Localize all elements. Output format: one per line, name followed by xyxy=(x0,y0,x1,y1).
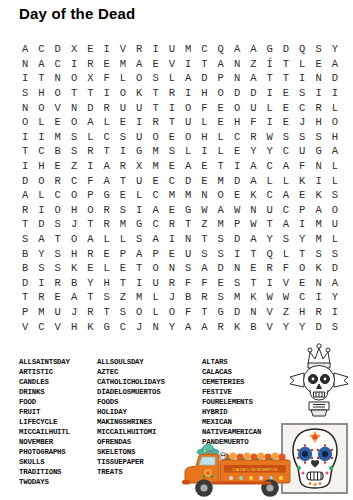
grid-cell-r18c18: C xyxy=(294,290,310,305)
grid-cell-r16c9: O xyxy=(147,261,163,276)
grid-cell-r6c2: L xyxy=(33,115,49,130)
grid-cell-r13c7: M xyxy=(115,217,131,232)
grid-cell-r10c14: D xyxy=(229,173,245,188)
grid-cell-r19c2: M xyxy=(33,305,49,320)
grid-cell-r3c4: O xyxy=(66,71,82,86)
grid-cell-r5c7: U xyxy=(115,100,131,115)
grid-cell-r18c13: S xyxy=(213,290,229,305)
grid-cell-r7c2: I xyxy=(33,130,49,145)
grid-cell-r5c3: V xyxy=(50,100,66,115)
grid-cell-r20c19: D xyxy=(310,319,326,334)
grid-cell-r8c9: M xyxy=(147,144,163,159)
word-list-item: TRADITIONS xyxy=(19,467,70,477)
grid-cell-r6c15: F xyxy=(245,115,261,130)
word-list-item: ALLSAINTSDAY xyxy=(19,357,70,367)
grid-cell-r11c19: K xyxy=(310,188,326,203)
grid-cell-r20c10: Y xyxy=(164,319,180,334)
grid-cell-r14c20: L xyxy=(327,232,343,247)
grid-cell-r12c17: C xyxy=(278,203,294,218)
grid-cell-r17c17: V xyxy=(278,276,294,291)
grid-cell-r10c8: U xyxy=(131,173,147,188)
grid-cell-r14c9: A xyxy=(147,232,163,247)
grid-cell-r16c19: K xyxy=(310,261,326,276)
grid-cell-r14c11: N xyxy=(180,232,196,247)
grid-cell-r9c10: E xyxy=(164,159,180,174)
grid-cell-r14c15: A xyxy=(245,232,261,247)
grid-cell-r19c6: T xyxy=(98,305,114,320)
grid-cell-r3c12: D xyxy=(196,71,212,86)
word-list-item: FOOD xyxy=(19,397,70,407)
grid-cell-r10c19: I xyxy=(310,173,326,188)
grid-cell-r6c17: E xyxy=(278,115,294,130)
grid-cell-r1c9: I xyxy=(147,42,163,57)
grid-cell-r6c7: E xyxy=(115,115,131,130)
grid-cell-r10c2: O xyxy=(33,173,49,188)
grid-cell-r7c8: U xyxy=(131,130,147,145)
grid-cell-r8c10: S xyxy=(164,144,180,159)
word-list-item: DRINKS xyxy=(19,387,70,397)
grid-cell-r8c15: Y xyxy=(245,144,261,159)
grid-cell-r4c14: D xyxy=(229,86,245,101)
grid-cell-r8c4: S xyxy=(66,144,82,159)
word-list-item: MAKINGSHRINES xyxy=(97,417,165,427)
grid-cell-r19c10: O xyxy=(164,305,180,320)
grid-cell-r3c10: L xyxy=(164,71,180,86)
grid-cell-r17c18: E xyxy=(294,276,310,291)
grid-cell-r1c14: A xyxy=(229,42,245,57)
grid-cell-r16c4: K xyxy=(66,261,82,276)
grid-cell-r17c9: U xyxy=(147,276,163,291)
grid-cell-r4c18: S xyxy=(294,86,310,101)
grid-cell-r5c15: U xyxy=(245,100,261,115)
grid-cell-r4c3: O xyxy=(50,86,66,101)
grid-cell-r17c3: R xyxy=(50,276,66,291)
word-list-item: SKELETONS xyxy=(97,447,165,457)
grid-cell-r8c16: Y xyxy=(261,144,277,159)
grid-cell-r19c4: J xyxy=(66,305,82,320)
grid-cell-r18c19: I xyxy=(310,290,326,305)
grid-cell-r3c13: P xyxy=(213,71,229,86)
grid-cell-r2c5: R xyxy=(82,57,98,72)
grid-cell-r11c6: G xyxy=(98,188,114,203)
grid-cell-r10c3: R xyxy=(50,173,66,188)
grid-cell-r2c12: T xyxy=(196,57,212,72)
grid-cell-r17c16: I xyxy=(261,276,277,291)
grid-cell-r1c6: I xyxy=(98,42,114,57)
grid-cell-r19c17: Z xyxy=(278,305,294,320)
word-list-item: FOURELEMENTS xyxy=(202,397,261,407)
grid-cell-r18c3: E xyxy=(50,290,66,305)
grid-cell-r3c9: S xyxy=(147,71,163,86)
grid-cell-r10c1: D xyxy=(17,173,33,188)
grid-cell-r18c2: R xyxy=(33,290,49,305)
grid-cell-r6c19: H xyxy=(310,115,326,130)
grid-cell-r5c20: L xyxy=(327,100,343,115)
grid-cell-r1c5: E xyxy=(82,42,98,57)
grid-cell-r13c16: T xyxy=(261,217,277,232)
word-list-column-1: ALLSAINTSDAYARTISTICCANDLESDRINKSFOODFRU… xyxy=(19,357,70,487)
grid-cell-r3c16: T xyxy=(261,71,277,86)
grid-cell-r5c16: L xyxy=(261,100,277,115)
grid-cell-r7c14: C xyxy=(229,130,245,145)
grid-cell-r8c1: T xyxy=(17,144,33,159)
grid-cell-r13c3: S xyxy=(50,217,66,232)
grid-cell-r19c18: H xyxy=(294,305,310,320)
grid-cell-r12c19: A xyxy=(310,203,326,218)
grid-cell-r13c15: W xyxy=(245,217,261,232)
grid-cell-r7c7: S xyxy=(115,130,131,145)
grid-cell-r7c4: S xyxy=(66,130,82,145)
grid-cell-r15c17: L xyxy=(278,246,294,261)
grid-cell-r12c7: S xyxy=(115,203,131,218)
grid-cell-r2c1: N xyxy=(17,57,33,72)
grid-cell-r6c1: O xyxy=(17,115,33,130)
grid-cell-r7c20: H xyxy=(327,130,343,145)
grid-cell-r8c20: A xyxy=(327,144,343,159)
grid-cell-r17c20: A xyxy=(327,276,343,291)
grid-cell-r1c10: U xyxy=(164,42,180,57)
word-list-item: NATIVEAMERICAN xyxy=(202,427,261,437)
grid-cell-r12c12: W xyxy=(196,203,212,218)
grid-cell-r9c11: A xyxy=(180,159,196,174)
grid-cell-r1c2: C xyxy=(33,42,49,57)
grid-cell-r5c18: C xyxy=(294,100,310,115)
grid-cell-r7c16: W xyxy=(261,130,277,145)
grid-cell-r1c15: A xyxy=(245,42,261,57)
grid-cell-r13c1: T xyxy=(17,217,33,232)
grid-cell-r10c17: L xyxy=(278,173,294,188)
grid-cell-r4c12: H xyxy=(196,86,212,101)
grid-cell-r14c18: Y xyxy=(294,232,310,247)
grid-cell-r4c9: T xyxy=(147,86,163,101)
grid-cell-r16c13: D xyxy=(213,261,229,276)
grid-cell-r8c5: R xyxy=(82,144,98,159)
grid-cell-r12c8: I xyxy=(131,203,147,218)
grid-cell-r10c7: T xyxy=(115,173,131,188)
grid-cell-r17c19: N xyxy=(310,276,326,291)
grid-cell-r7c11: O xyxy=(180,130,196,145)
word-list-item: ARTISTIC xyxy=(19,367,70,377)
grid-cell-r2c20: A xyxy=(327,57,343,72)
word-list-item: CANDLES xyxy=(19,377,70,387)
grid-cell-r9c3: E xyxy=(50,159,66,174)
grid-cell-r11c9: C xyxy=(147,188,163,203)
grid-cell-r1c4: X xyxy=(66,42,82,57)
grid-cell-r16c15: E xyxy=(245,261,261,276)
grid-cell-r14c1: S xyxy=(17,232,33,247)
grid-cell-r3c7: L xyxy=(115,71,131,86)
grid-cell-r9c1: I xyxy=(17,159,33,174)
grid-cell-r12c9: A xyxy=(147,203,163,218)
grid-cell-r16c3: S xyxy=(50,261,66,276)
word-list-item: CATHOLICHOLIDAYS xyxy=(97,377,165,387)
word-list-item: AZTEC xyxy=(97,367,165,377)
grid-cell-r5c14: O xyxy=(229,100,245,115)
grid-cell-r7c3: M xyxy=(50,130,66,145)
grid-cell-r15c15: T xyxy=(245,246,261,261)
grid-cell-r14c7: L xyxy=(115,232,131,247)
grid-cell-r7c13: L xyxy=(213,130,229,145)
grid-cell-r11c1: A xyxy=(17,188,33,203)
grid-cell-r15c3: S xyxy=(50,246,66,261)
grid-cell-r5c2: O xyxy=(33,100,49,115)
grid-cell-r10c18: K xyxy=(294,173,310,188)
word-list-item: TWODAYS xyxy=(19,477,70,487)
word-list-item: PHOTOGRAPHS xyxy=(19,447,70,457)
grid-cell-r16c18: O xyxy=(294,261,310,276)
grid-cell-r19c5: R xyxy=(82,305,98,320)
grid-cell-r19c9: L xyxy=(147,305,163,320)
grid-cell-r12c3: O xyxy=(50,203,66,218)
grid-cell-r20c5: K xyxy=(82,319,98,334)
word-list-item: TREATS xyxy=(97,467,165,477)
grid-cell-r1c11: M xyxy=(180,42,196,57)
grid-cell-r5c1: N xyxy=(17,100,33,115)
word-list-item: ALLSOULSDAY xyxy=(97,357,165,367)
grid-cell-r6c20: O xyxy=(327,115,343,130)
grid-cell-r2c6: E xyxy=(98,57,114,72)
grid-cell-r2c8: A xyxy=(131,57,147,72)
grid-cell-r13c12: Z xyxy=(196,217,212,232)
grid-cell-r16c17: F xyxy=(278,261,294,276)
grid-cell-r14c4: O xyxy=(66,232,82,247)
grid-cell-r15c14: I xyxy=(229,246,245,261)
grid-cell-r20c3: V xyxy=(50,319,66,334)
grid-cell-r18c10: J xyxy=(164,290,180,305)
word-list-item: DÍADELOSMUERTOS xyxy=(97,387,165,397)
grid-cell-r2c7: M xyxy=(115,57,131,72)
grid-cell-r17c5: Y xyxy=(82,276,98,291)
grid-cell-r11c18: E xyxy=(294,188,310,203)
grid-cell-r9c13: T xyxy=(213,159,229,174)
grid-cell-r20c14: K xyxy=(229,319,245,334)
grid-cell-r16c11: S xyxy=(180,261,196,276)
grid-cell-r2c9: E xyxy=(147,57,163,72)
grid-cell-r17c6: H xyxy=(98,276,114,291)
grid-cell-r13c11: T xyxy=(180,217,196,232)
grid-cell-r8c6: T xyxy=(98,144,114,159)
grid-cell-r5c12: F xyxy=(196,100,212,115)
grid-cell-r20c9: N xyxy=(147,319,163,334)
grid-cell-r18c15: K xyxy=(245,290,261,305)
grid-cell-r1c3: D xyxy=(50,42,66,57)
grid-cell-r5c4: N xyxy=(66,100,82,115)
word-list-item: FESTIVE xyxy=(202,387,261,397)
word-list-column-3: ALTARSCALACASCEMETERIESFESTIVEFOURELEMEN… xyxy=(202,357,261,447)
grid-cell-r16c10: N xyxy=(164,261,180,276)
grid-cell-r14c16: Y xyxy=(261,232,277,247)
grid-cell-r6c8: I xyxy=(131,115,147,130)
grid-cell-r11c10: M xyxy=(164,188,180,203)
grid-cell-r11c17: A xyxy=(278,188,294,203)
grid-cell-r18c6: S xyxy=(98,290,114,305)
grid-cell-r18c9: L xyxy=(147,290,163,305)
grid-cell-r2c14: N xyxy=(229,57,245,72)
word-list-item: OFRENDAS xyxy=(97,437,165,447)
grid-cell-r5c13: E xyxy=(213,100,229,115)
grid-cell-r13c18: I xyxy=(294,217,310,232)
grid-cell-r16c12: A xyxy=(196,261,212,276)
grid-cell-r14c6: L xyxy=(98,232,114,247)
grid-cell-r7c9: O xyxy=(147,130,163,145)
grid-cell-r15c11: U xyxy=(180,246,196,261)
word-list-item: LIFECYCLE xyxy=(19,417,70,427)
grid-cell-r18c1: T xyxy=(17,290,33,305)
grid-cell-r11c7: E xyxy=(115,188,131,203)
grid-cell-r12c6: R xyxy=(98,203,114,218)
grid-cell-r18c17: W xyxy=(278,290,294,305)
grid-cell-r9c2: H xyxy=(33,159,49,174)
grid-cell-r3c19: N xyxy=(310,71,326,86)
grid-cell-r19c20: I xyxy=(327,305,343,320)
day-of-the-dead-truck-illustration: DIA DE LOS MUERTOS xyxy=(181,441,299,499)
grid-cell-r9c19: N xyxy=(310,159,326,174)
grid-cell-r20c16: V xyxy=(261,319,277,334)
grid-cell-r6c13: E xyxy=(213,115,229,130)
grid-cell-r2c13: A xyxy=(213,57,229,72)
grid-cell-r13c6: R xyxy=(98,217,114,232)
grid-cell-r1c7: V xyxy=(115,42,131,57)
grid-cell-r2c2: A xyxy=(33,57,49,72)
grid-cell-r18c7: Z xyxy=(115,290,131,305)
grid-cell-r12c20: O xyxy=(327,203,343,218)
grid-cell-r11c14: E xyxy=(229,188,245,203)
word-list-item: FOODS xyxy=(97,397,165,407)
grid-cell-r4c4: T xyxy=(66,86,82,101)
grid-cell-r12c15: N xyxy=(245,203,261,218)
grid-cell-r16c20: D xyxy=(327,261,343,276)
grid-cell-r14c10: I xyxy=(164,232,180,247)
grid-cell-r7c15: R xyxy=(245,130,261,145)
grid-cell-r20c7: C xyxy=(115,319,131,334)
word-list-item: SKULLS xyxy=(19,457,70,467)
grid-cell-r16c7: E xyxy=(115,261,131,276)
grid-cell-r3c20: D xyxy=(327,71,343,86)
grid-cell-r9c17: A xyxy=(278,159,294,174)
grid-cell-r1c19: S xyxy=(310,42,326,57)
grid-cell-r15c13: S xyxy=(213,246,229,261)
grid-cell-r15c9: P xyxy=(147,246,163,261)
grid-cell-r5c8: U xyxy=(131,100,147,115)
grid-cell-r14c14: D xyxy=(229,232,245,247)
grid-cell-r18c12: R xyxy=(196,290,212,305)
grid-cell-r6c3: E xyxy=(50,115,66,130)
grid-cell-r4c15: D xyxy=(245,86,261,101)
grid-cell-r11c8: L xyxy=(131,188,147,203)
grid-cell-r8c19: G xyxy=(310,144,326,159)
grid-cell-r7c5: L xyxy=(82,130,98,145)
grid-cell-r13c19: M xyxy=(310,217,326,232)
grid-cell-r4c10: R xyxy=(164,86,180,101)
grid-cell-r13c8: G xyxy=(131,217,147,232)
grid-cell-r19c16: V xyxy=(261,305,277,320)
grid-cell-r3c2: T xyxy=(33,71,49,86)
word-list-item: CALACAS xyxy=(202,367,261,377)
grid-cell-r17c11: F xyxy=(180,276,196,291)
grid-cell-r6c18: J xyxy=(294,115,310,130)
grid-cell-r10c11: D xyxy=(180,173,196,188)
grid-cell-r15c8: A xyxy=(131,246,147,261)
grid-cell-r10c9: E xyxy=(147,173,163,188)
grid-cell-r3c5: X xyxy=(82,71,98,86)
grid-cell-r12c11: G xyxy=(180,203,196,218)
grid-cell-r19c1: P xyxy=(17,305,33,320)
grid-cell-r10c15: A xyxy=(245,173,261,188)
grid-cell-r9c4: Z xyxy=(66,159,82,174)
grid-cell-r7c18: S xyxy=(294,130,310,145)
grid-cell-r14c13: S xyxy=(213,232,229,247)
grid-cell-r4c1: S xyxy=(17,86,33,101)
grid-cell-r18c16: W xyxy=(261,290,277,305)
grid-cell-r9c16: C xyxy=(261,159,277,174)
grid-cell-r12c5: O xyxy=(82,203,98,218)
grid-cell-r2c4: I xyxy=(66,57,82,72)
grid-cell-r20c11: A xyxy=(180,319,196,334)
grid-cell-r8c8: G xyxy=(131,144,147,159)
grid-cell-r15c18: T xyxy=(294,246,310,261)
grid-cell-r2c17: T xyxy=(278,57,294,72)
grid-cell-r12c14: W xyxy=(229,203,245,218)
grid-cell-r17c2: I xyxy=(33,276,49,291)
grid-cell-r19c7: S xyxy=(115,305,131,320)
grid-cell-r9c20: L xyxy=(327,159,343,174)
grid-cell-r20c17: Y xyxy=(278,319,294,334)
word-list-item: MICCAILHUITOMI xyxy=(97,427,165,437)
grid-cell-r8c17: C xyxy=(278,144,294,159)
grid-cell-r6c9: R xyxy=(147,115,163,130)
grid-cell-r20c13: R xyxy=(213,319,229,334)
grid-cell-r6c5: A xyxy=(82,115,98,130)
wordsearch-grid: ACDXEIVRIUMCQAAGDQSYNACIREMAEVITANZÍTLEA… xyxy=(17,42,343,334)
grid-cell-r10c4: C xyxy=(66,173,82,188)
grid-cell-r3c6: F xyxy=(98,71,114,86)
grid-cell-r1c8: R xyxy=(131,42,147,57)
grid-cell-r3c11: A xyxy=(180,71,196,86)
grid-cell-r16c8: T xyxy=(131,261,147,276)
grid-cell-r6c10: T xyxy=(164,115,180,130)
grid-cell-r19c8: O xyxy=(131,305,147,320)
grid-cell-r3c8: O xyxy=(131,71,147,86)
grid-cell-r4c17: E xyxy=(278,86,294,101)
grid-cell-r10c16: L xyxy=(261,173,277,188)
grid-cell-r9c9: M xyxy=(147,159,163,174)
grid-cell-r18c5: T xyxy=(82,290,98,305)
grid-cell-r16c1: B xyxy=(17,261,33,276)
grid-cell-r7c17: S xyxy=(278,130,294,145)
grid-cell-r4c16: I xyxy=(261,86,277,101)
grid-cell-r16c16: R xyxy=(261,261,277,276)
grid-cell-r3c3: N xyxy=(50,71,66,86)
grid-cell-r15c7: P xyxy=(115,246,131,261)
grid-cell-r8c7: I xyxy=(115,144,131,159)
grid-cell-r12c13: A xyxy=(213,203,229,218)
grid-cell-r13c14: P xyxy=(229,217,245,232)
grid-cell-r2c16: Í xyxy=(261,57,277,72)
grid-cell-r12c2: I xyxy=(33,203,49,218)
grid-cell-r20c18: Y xyxy=(294,319,310,334)
grid-cell-r8c3: B xyxy=(50,144,66,159)
grid-cell-r3c17: T xyxy=(278,71,294,86)
grid-cell-r11c3: C xyxy=(50,188,66,203)
grid-cell-r19c19: R xyxy=(310,305,326,320)
grid-cell-r6c4: O xyxy=(66,115,82,130)
grid-cell-r4c13: O xyxy=(213,86,229,101)
grid-cell-r9c12: E xyxy=(196,159,212,174)
grid-cell-r9c6: A xyxy=(98,159,114,174)
grid-cell-r16c5: E xyxy=(82,261,98,276)
grid-cell-r17c15: T xyxy=(245,276,261,291)
grid-cell-r20c8: J xyxy=(131,319,147,334)
